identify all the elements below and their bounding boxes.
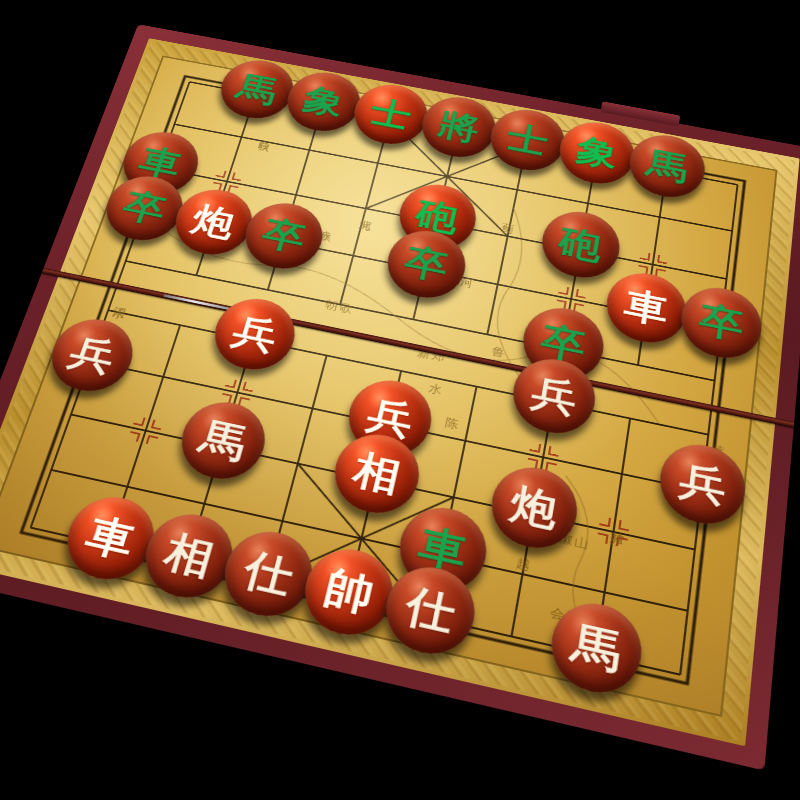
piece-character: 馬 (196, 417, 251, 465)
piece-character: 士 (367, 96, 414, 133)
photo-stage: 白狄燕蓟北河赤狄河朝歌鲁新郑渭水水黄陈海吴姑苏椒山越会稽 馬象士將士象馬車砲砲卒… (0, 0, 800, 800)
piece-character: 兵 (65, 333, 120, 378)
piece-character: 車 (622, 286, 670, 329)
piece-character: 砲 (557, 224, 605, 265)
piece-character: 兵 (528, 373, 579, 419)
piece-character: 相 (350, 449, 404, 498)
piece-character: 卒 (402, 243, 452, 285)
wooden-frame: 白狄燕蓟北河赤狄河朝歌鲁新郑渭水水黄陈海吴姑苏椒山越会稽 馬象士將士象馬車砲砲卒… (0, 24, 800, 770)
piece-character: 卒 (119, 188, 170, 228)
gold-decorative-border: 白狄燕蓟北河赤狄河朝歌鲁新郑渭水水黄陈海吴姑苏椒山越会稽 馬象士將士象馬車砲砲卒… (0, 38, 800, 746)
piece-character: 兵 (677, 459, 728, 508)
frame-latch-tab (600, 101, 680, 126)
piece-character: 象 (300, 83, 347, 119)
piece-character: 炮 (508, 483, 561, 533)
piece-character: 炮 (188, 202, 239, 242)
piece-character: 仕 (402, 583, 458, 637)
piece-character: 卒 (697, 301, 745, 344)
piece-character: 馬 (644, 147, 689, 185)
piece-character: 車 (81, 512, 139, 563)
piece-character: 仕 (240, 547, 297, 599)
board-scene: 白狄燕蓟北河赤狄河朝歌鲁新郑渭水水黄陈海吴姑苏椒山越会稽 馬象士將士象馬車砲砲卒… (0, 24, 800, 770)
piece-character: 馬 (233, 71, 281, 107)
piece-character: 士 (504, 121, 550, 159)
xiangqi-board: 白狄燕蓟北河赤狄河朝歌鲁新郑渭水水黄陈海吴姑苏椒山越会稽 馬象士將士象馬車砲砲卒… (0, 56, 777, 718)
piece-character: 象 (574, 134, 620, 172)
piece-character: 相 (160, 530, 218, 582)
piece-character: 馬 (569, 620, 624, 675)
piece-character: 帥 (320, 565, 377, 618)
piece-character: 將 (436, 108, 483, 145)
piece-character: 兵 (228, 312, 281, 356)
piece-character: 卒 (259, 215, 309, 256)
